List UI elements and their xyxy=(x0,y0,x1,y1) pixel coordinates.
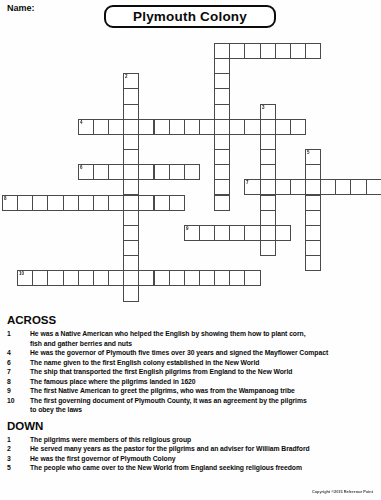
grid-cell[interactable] xyxy=(154,164,170,180)
grid-cell[interactable] xyxy=(169,119,185,135)
grid-cell[interactable] xyxy=(123,285,139,301)
clue-item-text: The pilgrims were members of this religi… xyxy=(30,435,377,445)
grid-cell[interactable] xyxy=(275,119,291,135)
clue-item-text: He served many years as the pastor for t… xyxy=(30,444,377,454)
clue-item-text: The ship that transported the first Engl… xyxy=(30,367,377,377)
grid-cell[interactable] xyxy=(260,119,276,135)
grid-cell[interactable] xyxy=(108,270,124,286)
grid-cell[interactable] xyxy=(214,225,230,241)
clue-item: 2He served many years as the pastor for … xyxy=(7,444,377,454)
clue-number: 10 xyxy=(19,271,24,276)
clue-item-number: 9 xyxy=(7,386,30,396)
grid-cell[interactable] xyxy=(123,104,139,120)
grid-cell[interactable] xyxy=(154,119,170,135)
grid-cell[interactable] xyxy=(199,119,215,135)
clue-number: 3 xyxy=(262,105,265,110)
grid-cell[interactable] xyxy=(290,43,306,59)
grid-cell[interactable] xyxy=(108,195,124,211)
grid-cell[interactable] xyxy=(305,43,321,59)
clue-item-number: 1 xyxy=(7,329,30,348)
grid-cell[interactable] xyxy=(260,210,276,226)
grid-cell[interactable] xyxy=(154,195,170,211)
grid-cell[interactable] xyxy=(275,225,291,241)
clue-item: 1The pilgrims were members of this relig… xyxy=(7,435,377,445)
grid-cell[interactable]: 4 xyxy=(78,119,94,135)
grid-cell[interactable] xyxy=(214,88,230,104)
clue-number: 6 xyxy=(80,165,83,170)
puzzle-title-box: Plymouth Colony xyxy=(104,5,276,28)
grid-cell[interactable]: 2 xyxy=(123,73,139,89)
grid-cell[interactable] xyxy=(275,179,291,195)
grid-cell[interactable] xyxy=(123,225,139,241)
clue-item-text: The people who came over to the New Worl… xyxy=(30,463,377,473)
clue-item-text: The name given to the first English colo… xyxy=(30,358,377,368)
grid-cell[interactable] xyxy=(63,270,79,286)
grid-cell[interactable] xyxy=(305,210,321,226)
grid-cell[interactable] xyxy=(17,195,33,211)
clue-item-text: The first Native American to greet the p… xyxy=(30,386,377,396)
grid-cell[interactable] xyxy=(350,179,366,195)
across-heading: ACROSS xyxy=(7,314,377,327)
grid-cell[interactable] xyxy=(214,164,230,180)
clue-item-text: The first governing document of Plymouth… xyxy=(30,396,377,415)
grid-cell[interactable] xyxy=(275,43,291,59)
name-label: Name: xyxy=(7,3,35,13)
grid-cell[interactable] xyxy=(123,240,139,256)
worksheet-page: { "game": "crossword", "title": "Plymout… xyxy=(0,0,381,500)
grid-cell[interactable] xyxy=(229,43,245,59)
grid-cell[interactable] xyxy=(229,119,245,135)
clue-item: 8The famous place where the pilgrims lan… xyxy=(7,377,377,387)
grid-cell[interactable] xyxy=(305,164,321,180)
grid-cell[interactable] xyxy=(214,179,230,195)
grid-cell[interactable] xyxy=(214,119,230,135)
grid-cell[interactable] xyxy=(214,58,230,74)
grid-cell[interactable] xyxy=(123,119,139,135)
clue-number: 2 xyxy=(125,74,128,79)
clue-item-text: He was a Native American who helped the … xyxy=(30,329,377,348)
clue-item-text: The famous place where the pilgrims land… xyxy=(30,377,377,387)
grid-cell[interactable] xyxy=(290,119,306,135)
clue-number: 7 xyxy=(246,180,249,185)
clue-item-number: 5 xyxy=(7,463,30,473)
grid-cell[interactable] xyxy=(93,195,109,211)
grid-cell[interactable] xyxy=(366,179,381,195)
grid-cell[interactable] xyxy=(214,195,230,211)
grid-cell[interactable] xyxy=(260,149,276,165)
grid-cell[interactable]: 7 xyxy=(244,179,260,195)
grid-cell[interactable] xyxy=(260,164,276,180)
grid-cell[interactable] xyxy=(184,270,200,286)
grid-cell[interactable] xyxy=(229,225,245,241)
puzzle-title: Plymouth Colony xyxy=(133,9,247,24)
grid-cell[interactable] xyxy=(260,195,276,211)
grid-cell[interactable] xyxy=(108,164,124,180)
grid-cell[interactable] xyxy=(229,270,245,286)
grid-cell[interactable] xyxy=(305,240,321,256)
grid-cell[interactable] xyxy=(214,104,230,120)
clue-number: 9 xyxy=(186,226,189,231)
grid-cell[interactable] xyxy=(290,179,306,195)
grid-cell[interactable] xyxy=(244,270,260,286)
grid-cell[interactable]: 6 xyxy=(78,164,94,180)
grid-cell[interactable]: 10 xyxy=(17,270,33,286)
grid-cell[interactable] xyxy=(184,119,200,135)
grid-cell[interactable] xyxy=(123,270,139,286)
grid-cell[interactable] xyxy=(123,164,139,180)
clue-item-number: 7 xyxy=(7,367,30,377)
grid-cell[interactable] xyxy=(32,270,48,286)
grid-cell[interactable] xyxy=(260,134,276,150)
grid-cell[interactable] xyxy=(214,149,230,165)
clue-item-number: 10 xyxy=(7,396,30,415)
grid-cell[interactable] xyxy=(169,164,185,180)
clue-item: 6The name given to the first English col… xyxy=(7,358,377,368)
grid-cell[interactable]: 5 xyxy=(305,149,321,165)
clue-item: 4He was the governor of Plymouth five ti… xyxy=(7,348,377,358)
grid-cell[interactable] xyxy=(123,149,139,165)
clue-item-number: 2 xyxy=(7,444,30,454)
clue-item-number: 6 xyxy=(7,358,30,368)
grid-cell[interactable] xyxy=(214,270,230,286)
grid-cell[interactable] xyxy=(78,195,94,211)
clues-panel: ACROSS 1He was a Native American who hel… xyxy=(7,314,377,473)
clue-item: 3He was the first governor of Plymouth C… xyxy=(7,454,377,464)
grid-cell[interactable] xyxy=(305,179,321,195)
grid-cell[interactable] xyxy=(260,179,276,195)
clue-item: 10The first governing document of Plymou… xyxy=(7,396,377,415)
grid-cell[interactable] xyxy=(47,195,63,211)
clue-item: 9The first Native American to greet the … xyxy=(7,386,377,396)
grid-cell[interactable] xyxy=(244,225,260,241)
grid-cell[interactable] xyxy=(123,255,139,271)
across-clue-list: 1He was a Native American who helped the… xyxy=(7,329,377,415)
grid-cell[interactable] xyxy=(123,88,139,104)
copyright-text: Copyright ©2015 Reference Point xyxy=(312,490,373,494)
clue-item-text: He was the governor of Plymouth five tim… xyxy=(30,348,377,358)
grid-cell[interactable] xyxy=(244,119,260,135)
across-section: ACROSS 1He was a Native American who hel… xyxy=(7,314,377,415)
grid-cell[interactable] xyxy=(199,270,215,286)
grid-cell[interactable] xyxy=(108,119,124,135)
grid-cell[interactable] xyxy=(214,73,230,89)
clue-item: 5The people who came over to the New Wor… xyxy=(7,463,377,473)
grid-cell[interactable] xyxy=(138,195,154,211)
grid-cell[interactable] xyxy=(260,240,276,256)
grid-cell[interactable] xyxy=(138,164,154,180)
clue-item-number: 4 xyxy=(7,348,30,358)
clue-number: 5 xyxy=(307,150,310,155)
clue-item: 1He was a Native American who helped the… xyxy=(7,329,377,348)
grid-cell[interactable] xyxy=(169,195,185,211)
grid-cell[interactable] xyxy=(123,134,139,150)
down-clue-list: 1The pilgrims were members of this relig… xyxy=(7,435,377,473)
grid-cell[interactable] xyxy=(93,119,109,135)
clue-number: 4 xyxy=(80,120,83,125)
grid-cell[interactable] xyxy=(78,270,94,286)
grid-cell[interactable] xyxy=(199,225,215,241)
grid-cell[interactable] xyxy=(305,225,321,241)
grid-cell[interactable] xyxy=(93,270,109,286)
grid-cell[interactable] xyxy=(63,195,79,211)
clue-item-number: 3 xyxy=(7,454,30,464)
grid-cell[interactable] xyxy=(47,270,63,286)
grid-cell[interactable]: 9 xyxy=(184,225,200,241)
grid-cell[interactable] xyxy=(214,134,230,150)
grid-cell[interactable] xyxy=(169,270,185,286)
clue-item-text: He was the first governor of Plymouth Co… xyxy=(30,454,377,464)
grid-cell[interactable] xyxy=(260,225,276,241)
down-section: DOWN 1The pilgrims were members of this … xyxy=(7,420,377,473)
grid-cell[interactable]: 3 xyxy=(260,104,276,120)
grid-cell[interactable] xyxy=(123,210,139,226)
grid-cell[interactable] xyxy=(214,43,230,59)
grid-cell[interactable] xyxy=(335,179,351,195)
grid-cell[interactable] xyxy=(154,270,170,286)
grid-cell[interactable] xyxy=(184,164,200,180)
grid-cell[interactable]: 8 xyxy=(2,195,18,211)
clue-item-number: 8 xyxy=(7,377,30,387)
grid-cell[interactable] xyxy=(305,255,321,271)
clue-number: 8 xyxy=(4,196,7,201)
clue-item-number: 1 xyxy=(7,435,30,445)
clue-item: 7The ship that transported the first Eng… xyxy=(7,367,377,377)
grid-cell[interactable] xyxy=(320,179,336,195)
grid-cell[interactable] xyxy=(138,270,154,286)
grid-cell[interactable] xyxy=(123,195,139,211)
grid-cell[interactable] xyxy=(123,179,139,195)
grid-cell[interactable] xyxy=(260,43,276,59)
down-heading: DOWN xyxy=(7,420,377,433)
grid-cell[interactable] xyxy=(32,195,48,211)
grid-cell[interactable] xyxy=(138,119,154,135)
grid-cell[interactable] xyxy=(93,164,109,180)
grid-cell[interactable] xyxy=(244,43,260,59)
grid-cell[interactable] xyxy=(305,195,321,211)
